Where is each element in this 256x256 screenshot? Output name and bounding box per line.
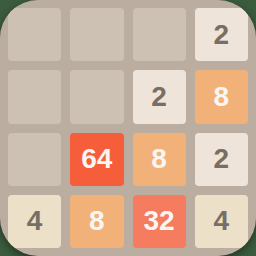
empty-cell-r1c1 bbox=[8, 8, 61, 61]
empty-cell-r2c1 bbox=[8, 70, 61, 123]
game-2048-app: 228648248324 bbox=[0, 0, 256, 256]
empty-cell-r3c1 bbox=[8, 133, 61, 186]
empty-cell-r2c2 bbox=[70, 70, 123, 123]
board[interactable]: 228648248324 bbox=[0, 0, 256, 256]
tile-2-r2c3: 2 bbox=[133, 70, 186, 123]
tile-8-r4c2: 8 bbox=[70, 195, 123, 248]
tile-4-r4c4: 4 bbox=[195, 195, 248, 248]
empty-cell-r1c3 bbox=[133, 8, 186, 61]
tile-32-r4c3: 32 bbox=[133, 195, 186, 248]
tile-2-r1c4: 2 bbox=[195, 8, 248, 61]
tile-8-r2c4: 8 bbox=[195, 70, 248, 123]
tile-8-r3c3: 8 bbox=[133, 133, 186, 186]
empty-cell-r1c2 bbox=[70, 8, 123, 61]
tile-4-r4c1: 4 bbox=[8, 195, 61, 248]
tile-2-r3c4: 2 bbox=[195, 133, 248, 186]
tile-64-r3c2: 64 bbox=[70, 133, 123, 186]
